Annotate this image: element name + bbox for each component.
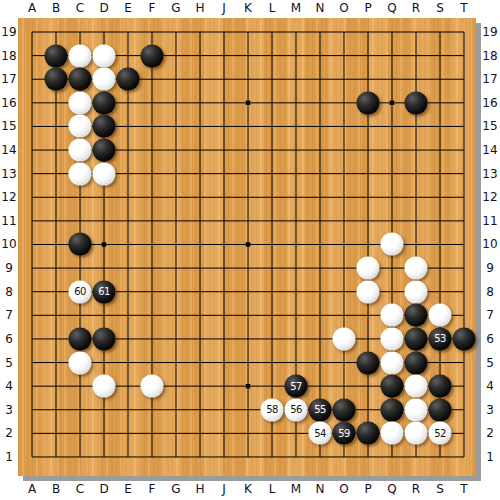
coord-label: 13 [1, 168, 16, 180]
stone-white-S7 [429, 304, 452, 327]
stone-black-B18 [45, 44, 68, 67]
move-number: 61 [98, 287, 110, 297]
coord-label: O [339, 483, 348, 495]
star-point [102, 242, 106, 246]
stone-white-C16 [69, 91, 92, 114]
coord-label: C [76, 2, 84, 14]
coord-label: S [436, 483, 444, 495]
stone-white-Q5 [381, 351, 404, 374]
coord-label: L [269, 483, 276, 495]
coord-label: B [52, 2, 60, 14]
coord-label: 6 [5, 333, 13, 345]
coord-label: 16 [1, 97, 16, 109]
stone-black-C6 [69, 327, 92, 350]
stone-white-R3 [405, 398, 428, 421]
stone-white-C13 [69, 162, 92, 185]
coord-label: 19 [1, 26, 16, 38]
stone-white-R4 [405, 375, 428, 398]
stone-white-P8 [357, 280, 380, 303]
coord-label: G [171, 483, 180, 495]
stone-white-C8: 60 [69, 280, 92, 303]
coord-label: E [124, 2, 132, 14]
move-number: 56 [290, 405, 302, 415]
coord-label: 19 [482, 26, 497, 38]
stone-black-M4: 57 [285, 375, 308, 398]
coord-label: 12 [482, 191, 497, 203]
stone-white-C15 [69, 115, 92, 138]
stone-white-F4 [141, 375, 164, 398]
coord-label: 17 [1, 73, 16, 85]
move-number: 55 [314, 405, 326, 415]
coord-label: 16 [482, 97, 497, 109]
coord-label: A [28, 2, 36, 14]
coord-label: 4 [5, 380, 13, 392]
stone-black-D16 [93, 91, 116, 114]
stone-black-R16 [405, 91, 428, 114]
stone-black-R7 [405, 304, 428, 327]
coord-label: B [52, 483, 60, 495]
stone-white-D17 [93, 68, 116, 91]
coord-label: S [436, 2, 444, 14]
coord-label: 1 [5, 451, 13, 463]
stone-black-F18 [141, 44, 164, 67]
stone-white-D13 [93, 162, 116, 185]
coord-label: 9 [486, 262, 494, 274]
stone-white-C18 [69, 44, 92, 67]
stone-white-D4 [93, 375, 116, 398]
stone-white-S2: 52 [429, 422, 452, 445]
stone-black-Q3 [381, 398, 404, 421]
move-number: 52 [434, 428, 446, 438]
move-number: 54 [314, 428, 326, 438]
stone-black-P2 [357, 422, 380, 445]
stone-black-R6 [405, 327, 428, 350]
coord-label: Q [387, 2, 396, 14]
coord-label: T [460, 483, 467, 495]
coord-label: 1 [486, 451, 494, 463]
move-number: 57 [290, 381, 302, 391]
coord-label: Q [387, 483, 396, 495]
stone-black-N3: 55 [309, 398, 332, 421]
stone-black-D8: 61 [93, 280, 116, 303]
coord-label: 6 [486, 333, 494, 345]
coord-label: 2 [486, 427, 494, 439]
coord-label: R [412, 2, 420, 14]
coord-label: 15 [1, 120, 16, 132]
coord-label: H [195, 2, 204, 14]
stone-white-O6 [333, 327, 356, 350]
coord-label: 10 [482, 238, 497, 250]
coord-label: 3 [486, 404, 494, 416]
stone-black-P16 [357, 91, 380, 114]
stone-white-D18 [93, 44, 116, 67]
stone-white-L3: 58 [261, 398, 284, 421]
stone-white-Q7 [381, 304, 404, 327]
star-point [246, 101, 250, 105]
coord-label: D [99, 2, 108, 14]
stone-white-R2 [405, 422, 428, 445]
stone-black-E17 [117, 68, 140, 91]
goban[interactable]: 60615357585655545952 [18, 18, 476, 476]
coord-label: 3 [5, 404, 13, 416]
stone-black-C10 [69, 233, 92, 256]
coord-label: 8 [5, 286, 13, 298]
coord-label: C [76, 483, 84, 495]
coord-label: F [149, 2, 156, 14]
stone-black-R5 [405, 351, 428, 374]
coord-label: H [195, 483, 204, 495]
coord-label: N [316, 483, 325, 495]
coord-label: T [460, 2, 467, 14]
coord-label: O [339, 2, 348, 14]
stone-black-Q4 [381, 375, 404, 398]
stone-white-M3: 56 [285, 398, 308, 421]
coord-label: P [364, 483, 371, 495]
star-point [390, 101, 394, 105]
coord-label: 11 [482, 215, 497, 227]
stone-white-P9 [357, 257, 380, 280]
coord-label: 7 [5, 309, 13, 321]
coord-label: 8 [486, 286, 494, 298]
stone-black-D14 [93, 139, 116, 162]
coord-label: 11 [1, 215, 16, 227]
coord-label: J [222, 483, 226, 495]
coord-label: 12 [1, 191, 16, 203]
coord-label: K [244, 483, 252, 495]
stone-black-T6 [453, 327, 476, 350]
coord-label: J [222, 2, 226, 14]
coord-label: 14 [1, 144, 16, 156]
coord-label: 5 [486, 357, 494, 369]
coord-label: L [269, 2, 276, 14]
stone-black-S4 [429, 375, 452, 398]
star-point [246, 242, 250, 246]
coord-label: 18 [1, 50, 16, 62]
coord-label: 4 [486, 380, 494, 392]
coord-label: 17 [482, 73, 497, 85]
stone-white-N2: 54 [309, 422, 332, 445]
stone-white-R8 [405, 280, 428, 303]
coord-label: D [99, 483, 108, 495]
stone-black-B17 [45, 68, 68, 91]
coord-label: E [124, 483, 132, 495]
coord-label: P [364, 2, 371, 14]
coord-label: 2 [5, 427, 13, 439]
stone-black-S3 [429, 398, 452, 421]
stone-white-Q10 [381, 233, 404, 256]
move-number: 58 [266, 405, 278, 415]
coord-label: R [412, 483, 420, 495]
move-number: 60 [74, 287, 86, 297]
coord-label: K [244, 2, 252, 14]
coord-label: 18 [482, 50, 497, 62]
coord-label: 14 [482, 144, 497, 156]
stone-black-C17 [69, 68, 92, 91]
coord-label: 10 [1, 238, 16, 250]
coord-label: 13 [482, 168, 497, 180]
stone-black-O2: 59 [333, 422, 356, 445]
stone-black-S6: 53 [429, 327, 452, 350]
move-number: 53 [434, 334, 446, 344]
coord-label: 7 [486, 309, 494, 321]
go-game-stage: ABCDEFGHJKLMNOPQRST ABCDEFGHJKLMNOPQRST … [0, 0, 500, 500]
coord-label: 9 [5, 262, 13, 274]
coord-label: A [28, 483, 36, 495]
stone-black-O3 [333, 398, 356, 421]
stone-black-P5 [357, 351, 380, 374]
coord-label: N [316, 2, 325, 14]
star-point [246, 384, 250, 388]
coord-label: 5 [5, 357, 13, 369]
stone-white-R9 [405, 257, 428, 280]
stone-black-D6 [93, 327, 116, 350]
stone-black-D15 [93, 115, 116, 138]
stone-white-C5 [69, 351, 92, 374]
coord-label: 15 [482, 120, 497, 132]
stone-white-Q2 [381, 422, 404, 445]
coord-label: F [149, 483, 156, 495]
move-number: 59 [338, 428, 350, 438]
stone-white-Q6 [381, 327, 404, 350]
coord-label: M [291, 483, 301, 495]
coord-label: M [291, 2, 301, 14]
stone-white-C14 [69, 139, 92, 162]
coord-label: G [171, 2, 180, 14]
